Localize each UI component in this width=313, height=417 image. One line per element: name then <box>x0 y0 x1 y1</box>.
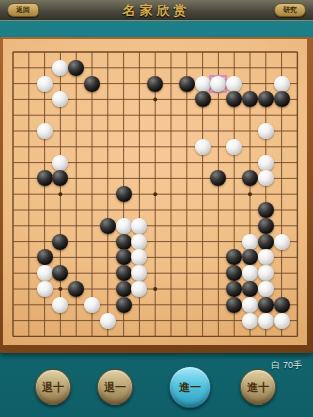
stone-white <box>226 139 242 155</box>
stone-white <box>242 313 258 329</box>
stone-white <box>258 155 274 171</box>
stone-black <box>68 60 84 76</box>
stone-black <box>226 297 242 313</box>
stone-black <box>116 249 132 265</box>
stone-white <box>195 76 211 92</box>
stone-black <box>100 218 116 234</box>
stone-black <box>52 234 68 250</box>
stone-white <box>52 155 68 171</box>
stone-black <box>242 281 258 297</box>
stone-black <box>195 91 211 107</box>
back-ten-button[interactable]: 退十 <box>35 369 71 405</box>
stone-black <box>84 76 100 92</box>
stone-white <box>274 76 290 92</box>
stone-black <box>258 297 274 313</box>
go-board <box>0 37 313 353</box>
stone-black <box>116 186 132 202</box>
stone-white <box>195 139 211 155</box>
forward-one-button[interactable]: 進一 <box>169 366 211 408</box>
top-bar: 返回 名家欣赏 研究 <box>0 0 313 21</box>
stone-black <box>274 297 290 313</box>
stone-black <box>37 249 53 265</box>
stone-white <box>100 313 116 329</box>
stone-black <box>116 234 132 250</box>
stone-white <box>37 76 53 92</box>
stone-black <box>258 202 274 218</box>
stone-white <box>258 313 274 329</box>
stone-black <box>179 76 195 92</box>
stone-black <box>116 297 132 313</box>
stone-black <box>116 265 132 281</box>
stone-white <box>37 281 53 297</box>
stone-white <box>258 123 274 139</box>
stone-white <box>84 297 100 313</box>
app-title: 名家欣赏 <box>0 2 313 20</box>
stone-white <box>210 76 226 92</box>
back-one-button[interactable]: 退一 <box>97 369 133 405</box>
stone-white <box>242 234 258 250</box>
board-surface <box>3 39 307 345</box>
stone-white <box>242 297 258 313</box>
stone-white <box>258 265 274 281</box>
stone-black <box>258 234 274 250</box>
forward-ten-button[interactable]: 進十 <box>240 369 276 405</box>
stone-white <box>274 313 290 329</box>
stone-black <box>147 76 163 92</box>
stone-white <box>274 234 290 250</box>
stone-white <box>37 123 53 139</box>
move-counter: 白 70手 <box>271 359 302 372</box>
study-button[interactable]: 研究 <box>274 3 306 17</box>
stone-black <box>37 170 53 186</box>
stone-black <box>258 218 274 234</box>
stone-white <box>116 218 132 234</box>
stone-white <box>258 281 274 297</box>
stone-black <box>116 281 132 297</box>
stone-white <box>226 76 242 92</box>
stone-white <box>37 265 53 281</box>
go-review-screen: 返回 名家欣赏 研究 白 70手 退十退一進一進十 <box>0 0 313 417</box>
stone-black <box>274 91 290 107</box>
stone-white <box>131 234 147 250</box>
